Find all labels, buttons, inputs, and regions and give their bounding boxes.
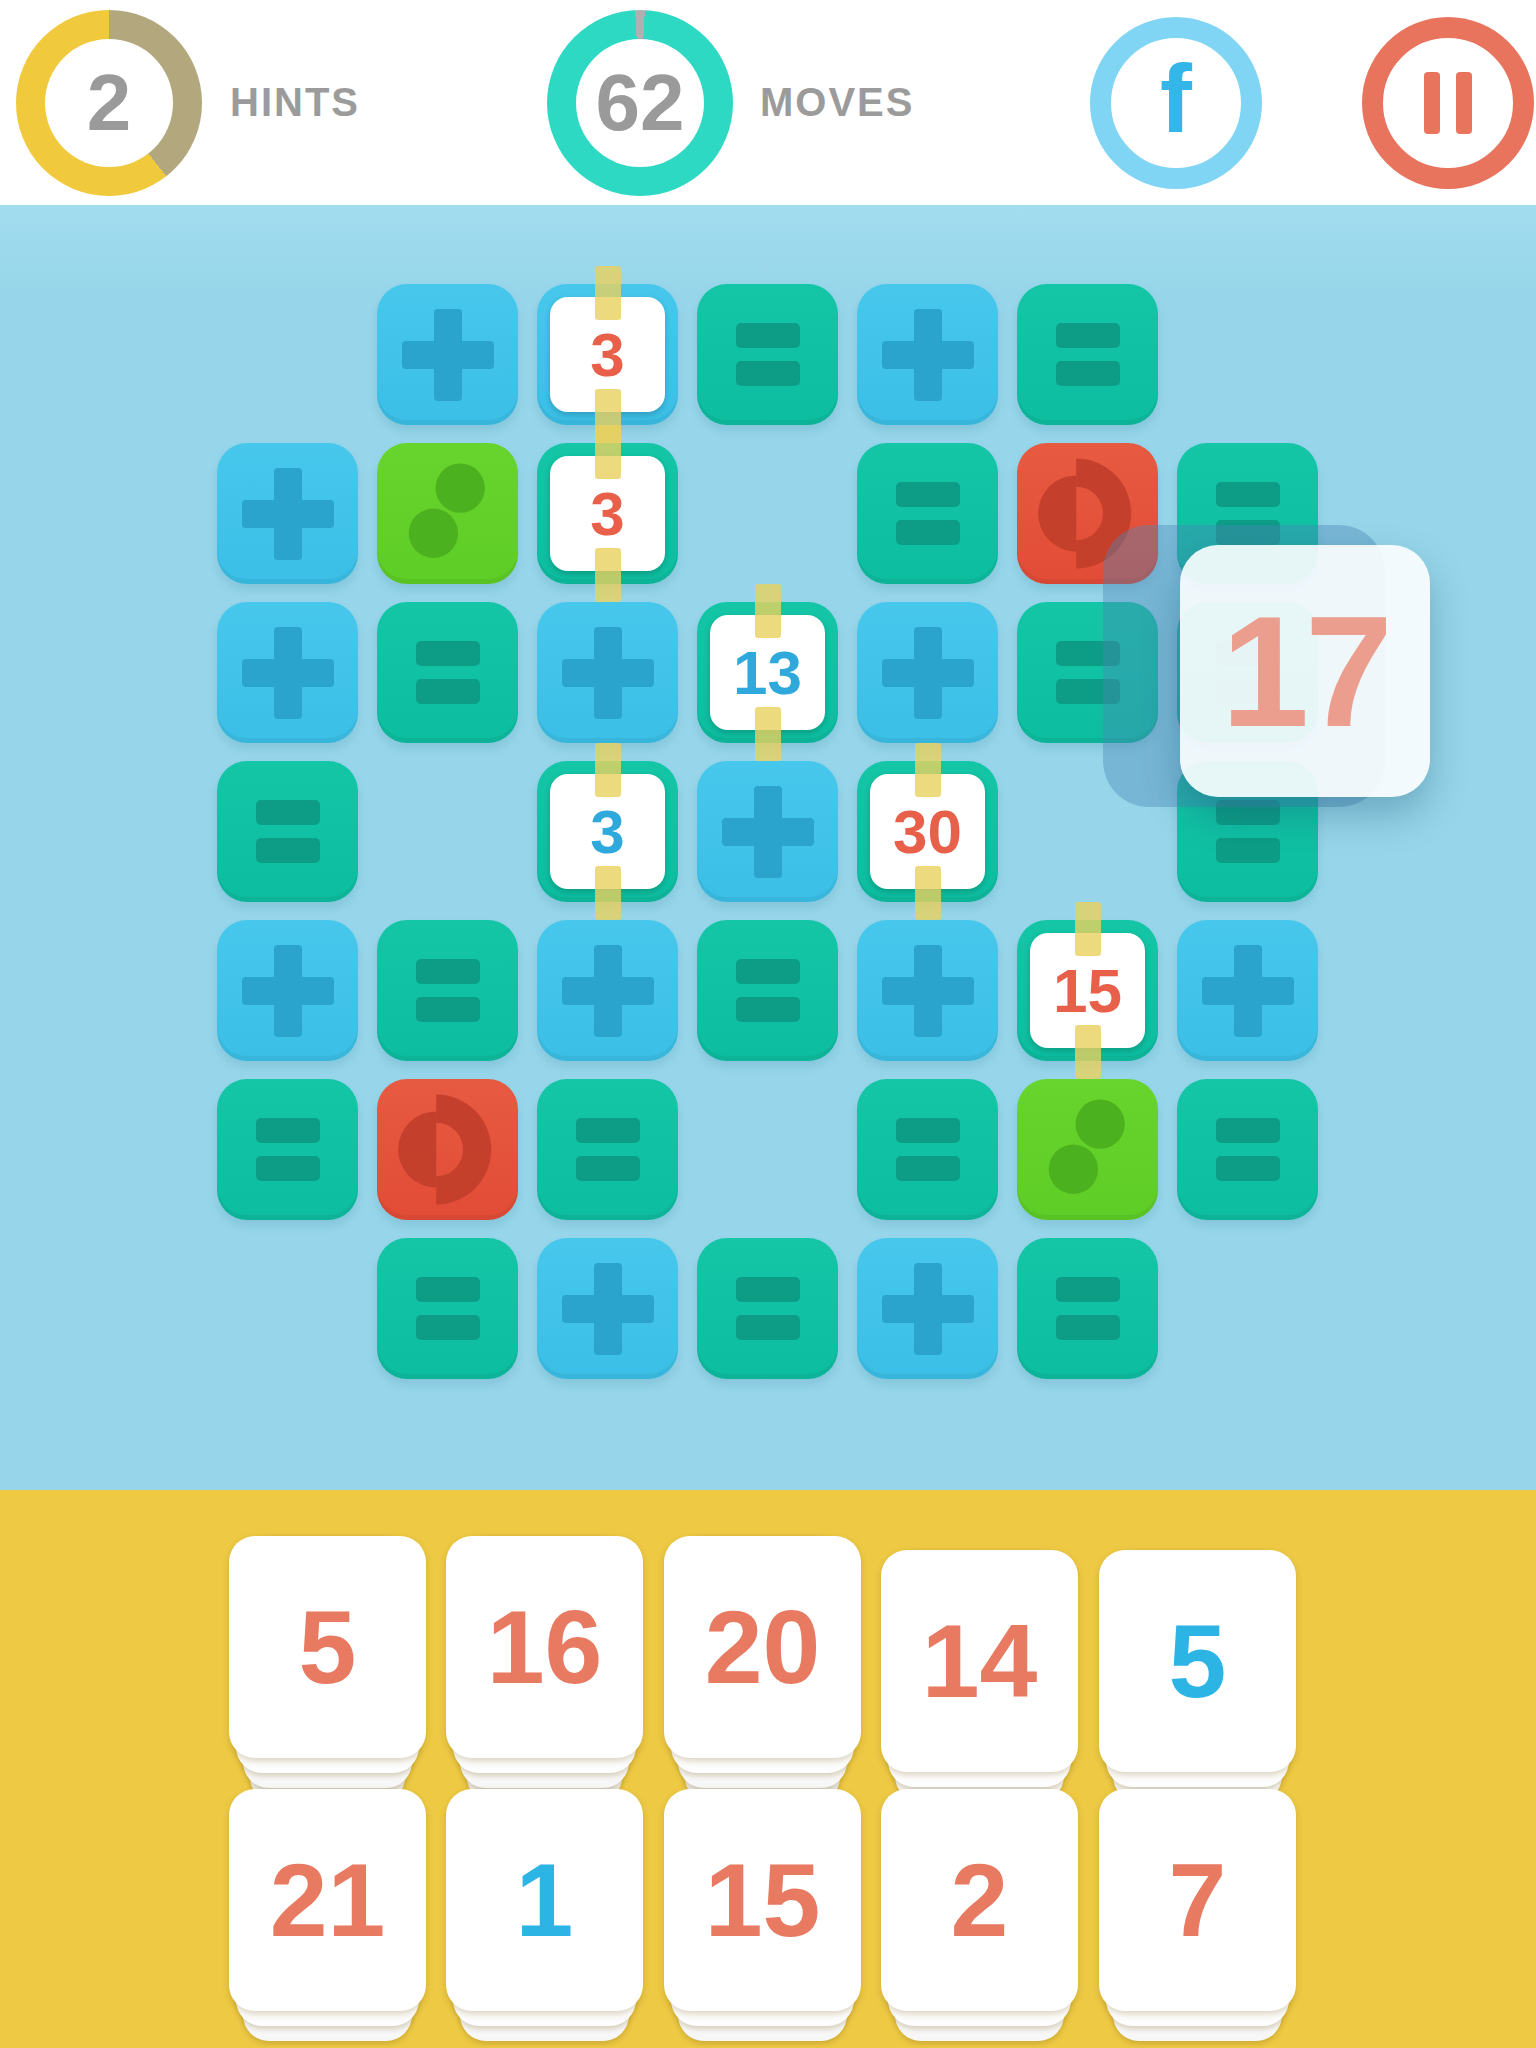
equals-tile <box>857 1079 998 1220</box>
plus-tile <box>857 920 998 1061</box>
equals-tile <box>217 761 358 902</box>
tray-card-stack: 14 <box>881 1550 1078 1772</box>
tape-mark <box>755 584 781 638</box>
plus-icon <box>537 920 678 1061</box>
game-board: 331333015 <box>217 284 1318 1379</box>
tray-card-stack: 21 <box>229 1789 426 2011</box>
equals-tile <box>537 1079 678 1220</box>
plus-icon <box>537 1238 678 1379</box>
equals-tile <box>697 284 838 425</box>
equals-icon <box>697 1238 838 1379</box>
plus-tile <box>697 761 838 902</box>
moves-ring-hole: 62 <box>576 39 704 167</box>
number-card-slot-tile: 13 <box>697 602 838 743</box>
tape-mark <box>595 266 621 320</box>
tray-card[interactable]: 1 <box>446 1789 643 2011</box>
tray-card[interactable]: 20 <box>664 1536 861 1758</box>
tray-card-stack: 5 <box>229 1536 426 1758</box>
equals-icon <box>217 761 358 902</box>
tape-mark <box>755 707 781 761</box>
number-card-slot-tile: 30 <box>857 761 998 902</box>
empty-cell <box>697 1079 838 1220</box>
tape-mark <box>595 743 621 797</box>
plus-icon <box>1177 920 1318 1061</box>
hints-ring-hole: 2 <box>45 39 173 167</box>
half-lens-icon <box>377 1079 518 1220</box>
equals-tile <box>1017 284 1158 425</box>
equals-icon <box>857 443 998 584</box>
tray-card[interactable]: 14 <box>881 1550 1078 1772</box>
equals-tile <box>697 1238 838 1379</box>
equals-tile <box>697 920 838 1061</box>
plus-icon <box>217 443 358 584</box>
tray-card[interactable]: 7 <box>1099 1789 1296 2011</box>
equals-tile <box>1177 1079 1318 1220</box>
plus-tile <box>857 284 998 425</box>
game-board-area: 331333015 17 <box>0 205 1536 1490</box>
tray-card-stack: 15 <box>664 1789 861 2011</box>
equals-icon <box>217 1079 358 1220</box>
tape-mark <box>1075 902 1101 956</box>
plus-tile <box>857 1238 998 1379</box>
hints-value: 2 <box>87 57 132 149</box>
equals-tile <box>377 602 518 743</box>
two-dots-icon <box>377 443 518 584</box>
equals-tile <box>857 443 998 584</box>
equals-icon <box>697 920 838 1061</box>
plus-icon <box>697 761 838 902</box>
empty-cell <box>697 443 838 584</box>
header-bar: 2 HINTS 62 MOVES f <box>0 0 1536 205</box>
number-card-slot-tile: 3 <box>537 284 678 425</box>
plus-icon <box>377 284 518 425</box>
plus-tile <box>217 443 358 584</box>
equals-icon <box>1177 1079 1318 1220</box>
empty-cell <box>217 1238 358 1379</box>
number-card-slot-tile: 3 <box>537 761 678 902</box>
tray-card[interactable]: 16 <box>446 1536 643 1758</box>
moves-ring: 62 <box>547 10 733 196</box>
plus-icon <box>217 602 358 743</box>
facebook-icon: f <box>1160 51 1192 147</box>
tray-card-stack: 7 <box>1099 1789 1296 2011</box>
green-wild-tile <box>377 443 518 584</box>
plus-tile <box>377 284 518 425</box>
tape-mark <box>915 743 941 797</box>
number-card-slot-tile: 15 <box>1017 920 1158 1061</box>
moves-value: 62 <box>596 57 685 149</box>
equals-icon <box>377 1238 518 1379</box>
tape-mark <box>915 866 941 920</box>
card-tray: 516201452111527 <box>0 1490 1536 2048</box>
moves-label: MOVES <box>760 0 914 205</box>
equals-tile <box>1017 1238 1158 1379</box>
green-wild-tile <box>1017 1079 1158 1220</box>
plus-tile <box>537 920 678 1061</box>
equals-tile <box>377 1238 518 1379</box>
tray-card-stack: 20 <box>664 1536 861 1758</box>
dragged-number-card[interactable]: 17 <box>1180 545 1430 797</box>
empty-cell <box>217 284 358 425</box>
tray-card[interactable]: 5 <box>229 1536 426 1758</box>
tray-card-stack: 5 <box>1099 1550 1296 1772</box>
equals-icon <box>1017 284 1158 425</box>
facebook-button[interactable]: f <box>1090 17 1262 189</box>
hints-ring[interactable]: 2 <box>16 10 202 196</box>
two-dots-icon <box>1017 1079 1158 1220</box>
tape-mark <box>1075 1025 1101 1079</box>
equals-icon <box>537 1079 678 1220</box>
equals-tile <box>377 920 518 1061</box>
equals-icon <box>1017 1238 1158 1379</box>
equals-tile <box>217 1079 358 1220</box>
equals-icon <box>377 602 518 743</box>
equals-icon <box>857 1079 998 1220</box>
plus-icon <box>857 602 998 743</box>
empty-cell <box>1177 284 1318 425</box>
tape-mark <box>595 866 621 920</box>
plus-icon <box>857 284 998 425</box>
tray-card[interactable]: 15 <box>664 1789 861 2011</box>
plus-tile <box>537 1238 678 1379</box>
plus-icon <box>217 920 358 1061</box>
plus-tile <box>1177 920 1318 1061</box>
tray-card-stack: 16 <box>446 1536 643 1758</box>
tape-mark <box>595 548 621 602</box>
equals-icon <box>697 284 838 425</box>
plus-icon <box>857 920 998 1061</box>
plus-icon <box>857 1238 998 1379</box>
empty-cell <box>377 761 518 902</box>
tray-card[interactable]: 5 <box>1099 1550 1296 1772</box>
tray-card[interactable]: 21 <box>229 1789 426 2011</box>
plus-tile <box>217 920 358 1061</box>
tray-card-stack: 2 <box>881 1789 1078 2011</box>
empty-cell <box>1177 1238 1318 1379</box>
plus-tile <box>537 602 678 743</box>
red-special-tile <box>377 1079 518 1220</box>
equals-icon <box>377 920 518 1061</box>
pause-button[interactable] <box>1362 17 1534 189</box>
plus-tile <box>857 602 998 743</box>
pause-icon <box>1424 72 1472 134</box>
hints-label: HINTS <box>230 0 360 205</box>
plus-tile <box>217 602 358 743</box>
tape-mark <box>595 425 621 479</box>
tray-card-stack: 1 <box>446 1789 643 2011</box>
plus-icon <box>537 602 678 743</box>
number-card-slot-tile: 3 <box>537 443 678 584</box>
tray-card[interactable]: 2 <box>881 1789 1078 2011</box>
